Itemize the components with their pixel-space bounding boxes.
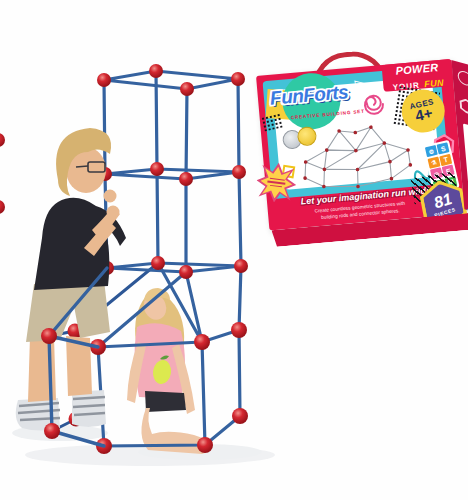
boy-hand-upper: [104, 190, 117, 203]
girl-shorts: [145, 391, 186, 412]
stem-icon-2: ⚗: [427, 156, 440, 168]
boy-sock-right: [72, 390, 106, 427]
stem-letter-s: S: [437, 142, 450, 154]
box-front: FunForts CREATIVE BUILDING SET POWER YOU…: [256, 59, 465, 230]
edge-connectors: [0, 133, 5, 214]
product-photo: FunForts CREATIVE BUILDING SET POWER YOU…: [0, 0, 468, 500]
side-logo-strip: FunForts: [463, 123, 468, 188]
side-circle-outline-icon: [457, 69, 468, 87]
brand-line-fun: FUN: [424, 78, 445, 90]
boy-glasses-temple: [76, 166, 88, 167]
side-hexagon-outline-icon: [459, 97, 468, 116]
stem-letter-t: T: [439, 154, 452, 166]
boy-hand-lower: [107, 206, 120, 219]
ages-value: 4+: [414, 106, 434, 123]
product-box: FunForts CREATIVE BUILDING SET POWER YOU…: [256, 56, 468, 275]
stem-icon-1: ⚙: [425, 145, 438, 157]
spiral-icon: [362, 93, 386, 117]
